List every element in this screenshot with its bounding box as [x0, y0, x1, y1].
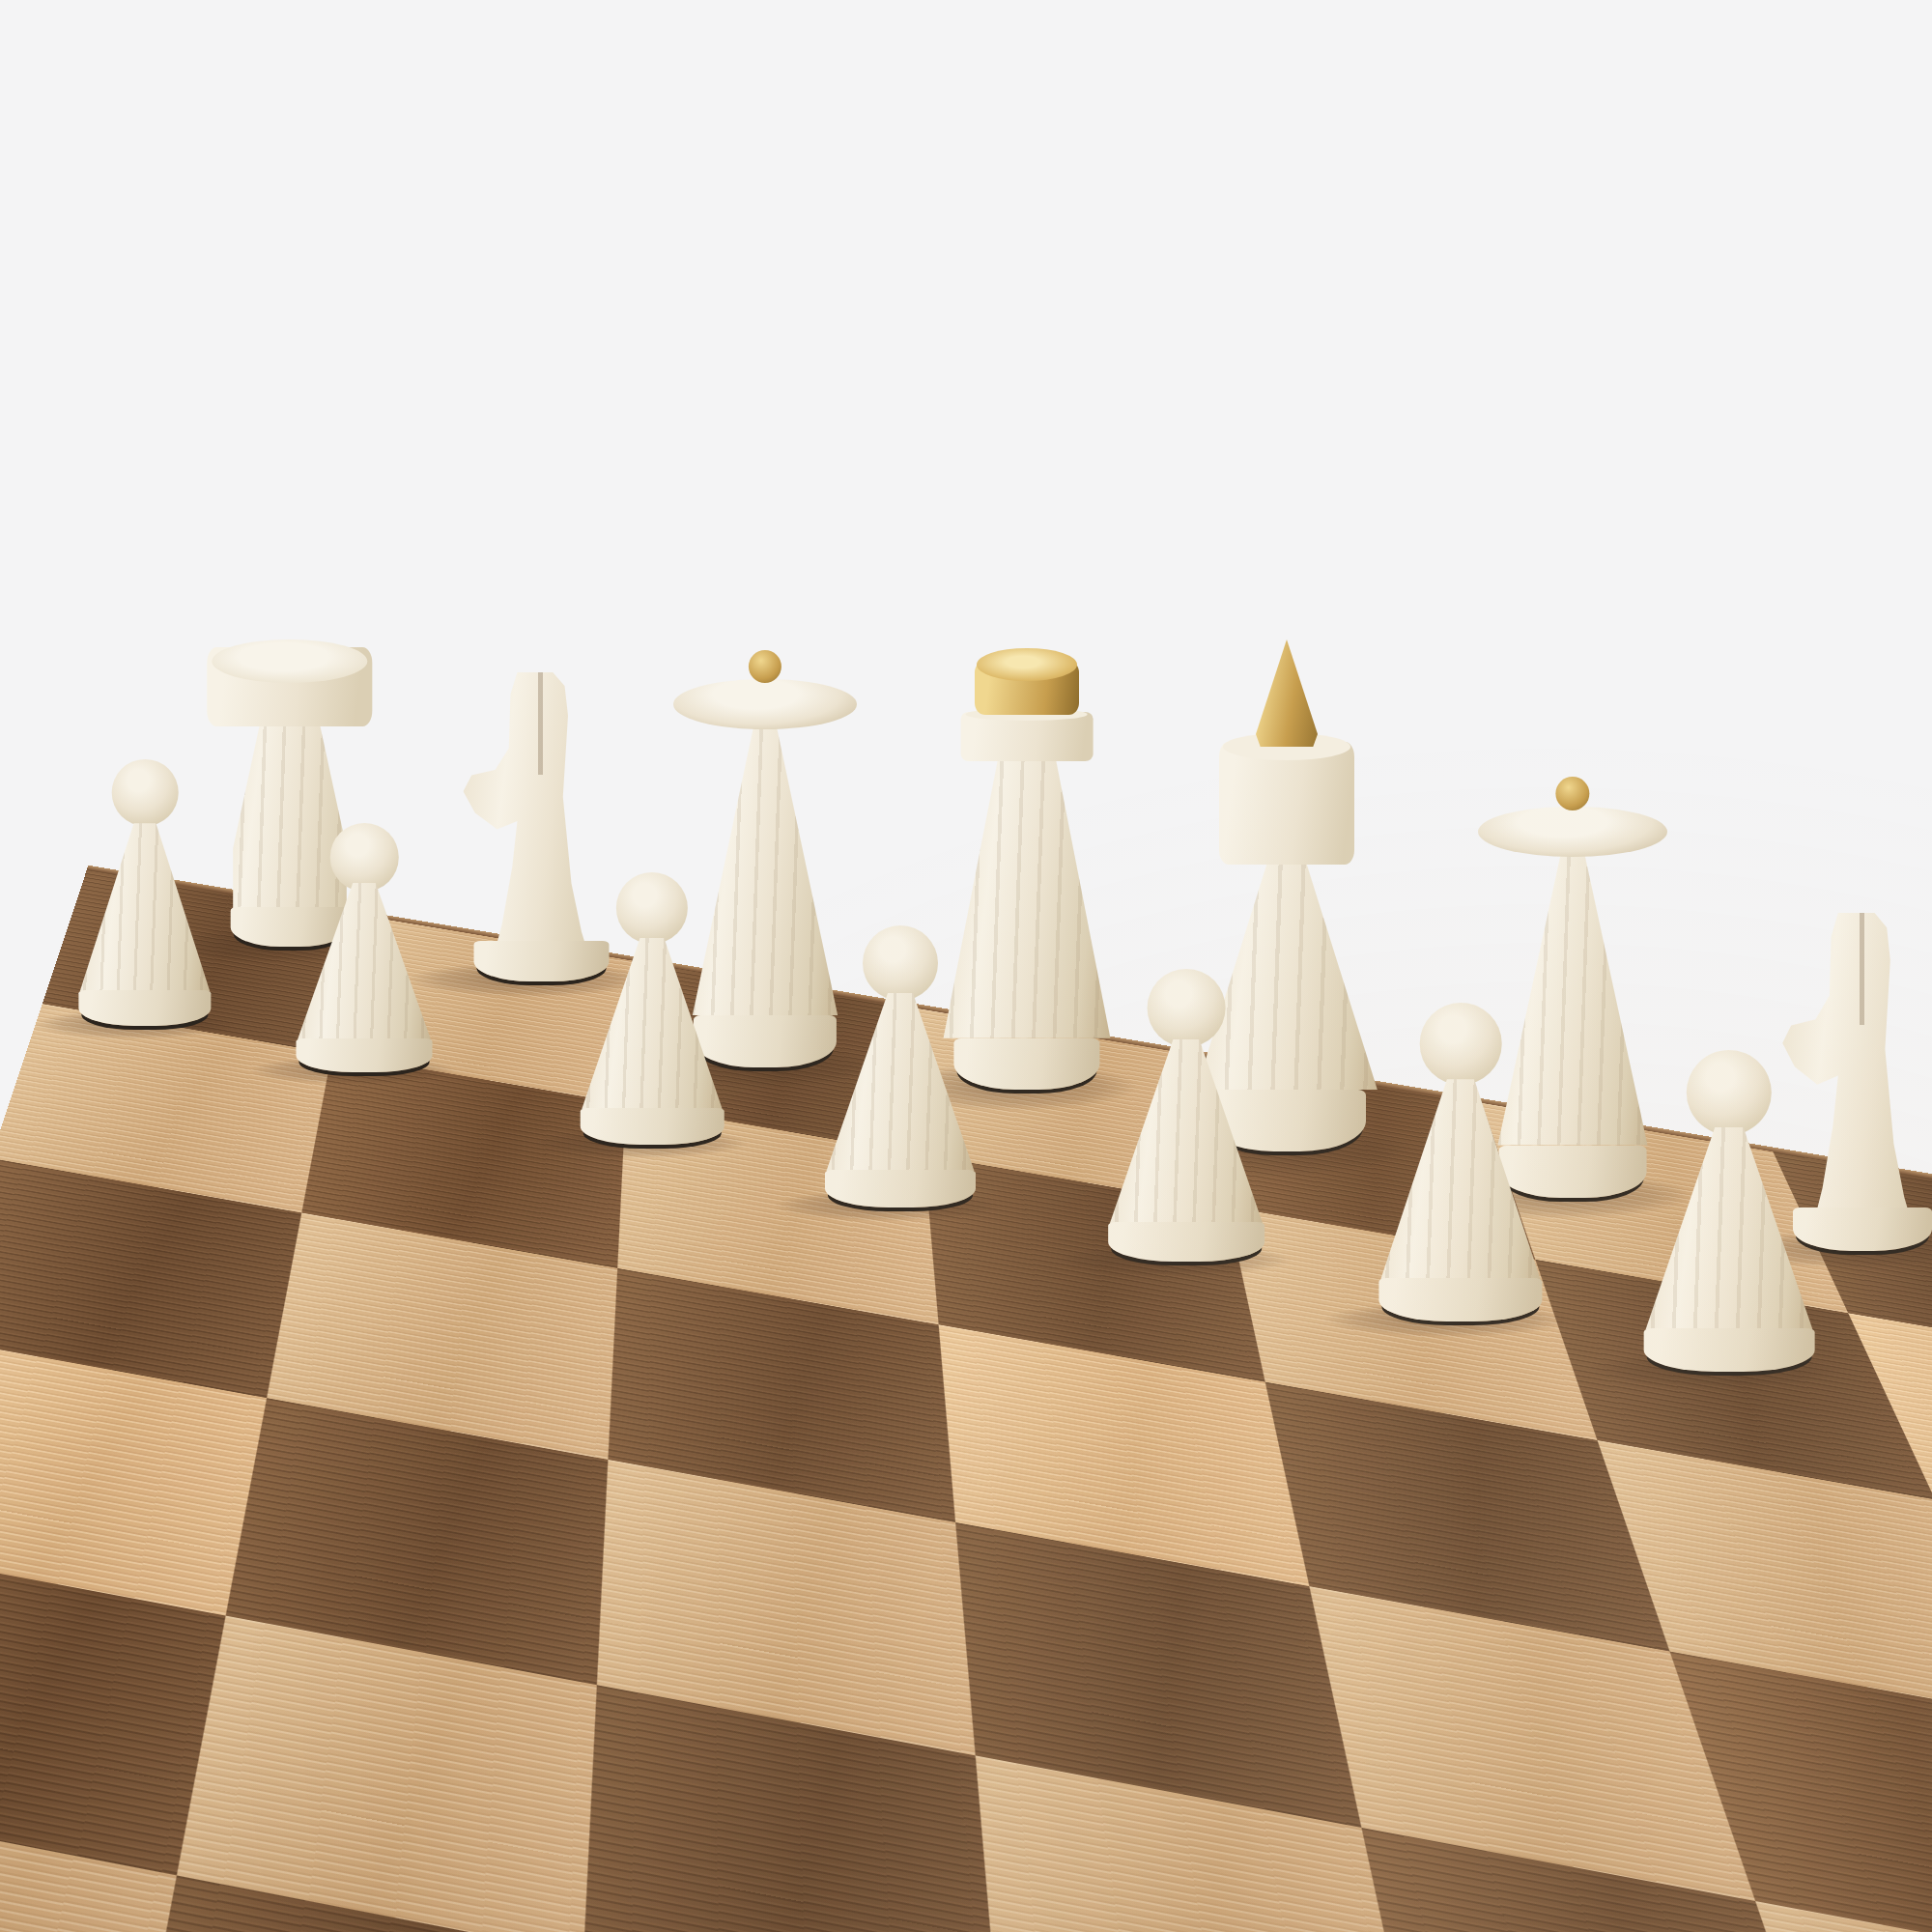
pawn-ball-head — [1148, 969, 1226, 1047]
piece-felt-base — [1644, 1328, 1815, 1372]
piece-white-pawn-a2: ♙ — [74, 759, 215, 1026]
pawn-cone-body — [822, 993, 980, 1171]
pawn-cone-body — [294, 883, 436, 1040]
piece-felt-base — [1378, 1278, 1542, 1321]
bishop-flared-disc — [1478, 807, 1667, 857]
pawn-cone-body — [1105, 1039, 1268, 1224]
pawn-ball-head — [112, 759, 179, 826]
piece-felt-base — [78, 990, 211, 1026]
bishop-flared-disc — [673, 679, 857, 729]
pawn-cone-body — [1376, 1079, 1546, 1280]
pawn-ball-head — [1420, 1003, 1502, 1085]
piece-felt-base — [581, 1108, 724, 1145]
product-photo-scene: ♖♘♙♗♙♕♙♔♗♙♘♙♙♙ — [0, 0, 1932, 1932]
rook-flat-cap — [207, 647, 372, 726]
pawn-ball-head — [1687, 1050, 1772, 1135]
piece-felt-base — [297, 1038, 433, 1072]
piece-felt-base — [1108, 1222, 1264, 1262]
queen-neck-cylinder — [961, 712, 1094, 761]
pawn-cone-body — [75, 823, 213, 991]
piece-white-pawn-b2: ♙ — [292, 823, 437, 1072]
brass-disc-crown-icon — [975, 661, 1079, 715]
piece-white-pawn-f2: ♙ — [1374, 1003, 1548, 1321]
pawn-cone-body — [578, 938, 727, 1110]
brass-cone-finial-icon — [1248, 639, 1325, 747]
piece-white-pawn-c2: ♙ — [576, 872, 728, 1145]
king-head-cylinder — [1219, 742, 1354, 865]
piece-white-pawn-e2: ♙ — [1103, 969, 1269, 1262]
pawn-ball-head — [616, 872, 688, 944]
pawn-ball-head — [863, 925, 938, 1001]
brass-ball-finial-icon — [749, 650, 781, 683]
piece-felt-base — [825, 1170, 976, 1207]
pawn-cone-body — [1640, 1127, 1818, 1330]
piece-white-pawn-d2: ♙ — [820, 925, 980, 1207]
brass-ball-finial-icon — [1555, 777, 1589, 810]
pawn-ball-head — [330, 823, 399, 892]
piece-white-pawn-g2: ♙ — [1638, 1050, 1820, 1372]
pieces-layer: ♖♘♙♗♙♕♙♔♗♙♘♙♙♙ — [0, 0, 1932, 1932]
